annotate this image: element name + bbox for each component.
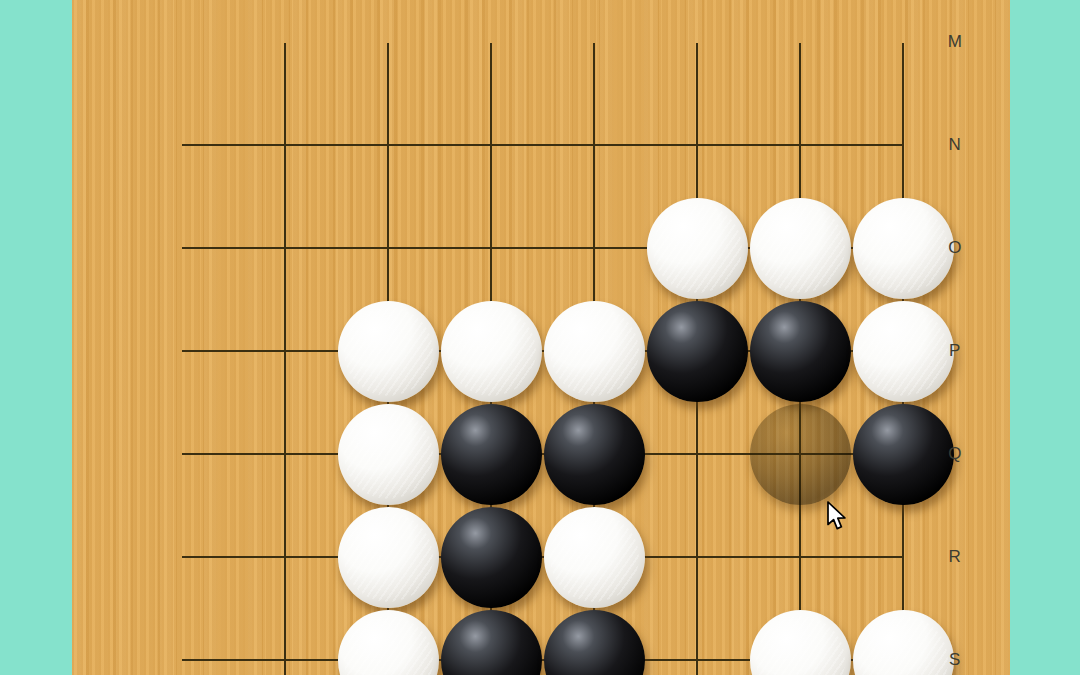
stone-white <box>647 198 748 299</box>
stone-black <box>441 507 542 608</box>
go-board[interactable]: MNOPQRS <box>72 0 1010 675</box>
intersection-R-3[interactable] <box>440 506 543 609</box>
ghost-stone-black-preview[interactable] <box>750 404 851 505</box>
board-grid <box>234 0 955 675</box>
stone-black <box>647 301 748 402</box>
intersection-R-2[interactable] <box>337 506 440 609</box>
intersection-P-3[interactable] <box>440 300 543 403</box>
stone-white <box>544 301 645 402</box>
stone-black <box>750 301 851 402</box>
row-label-S: S <box>949 650 961 670</box>
intersection-P-5[interactable] <box>646 300 749 403</box>
stone-white <box>441 301 542 402</box>
intersection-Q-3[interactable] <box>440 403 543 506</box>
intersection-O-5[interactable] <box>646 197 749 300</box>
stone-white <box>853 198 954 299</box>
intersection-P-7[interactable] <box>852 300 955 403</box>
right-margin <box>1010 0 1080 675</box>
stone-black <box>544 610 645 675</box>
intersection-P-6[interactable] <box>749 300 852 403</box>
intersection-S-6[interactable] <box>749 609 852 675</box>
stone-black <box>441 610 542 675</box>
stone-white <box>853 610 954 675</box>
intersection-Q-4[interactable] <box>543 403 646 506</box>
intersection-P-2[interactable] <box>337 300 440 403</box>
row-label-N: N <box>949 135 962 155</box>
stone-white <box>338 610 439 675</box>
row-label-P: P <box>949 341 961 361</box>
intersection-Q-2[interactable] <box>337 403 440 506</box>
stone-white <box>338 301 439 402</box>
stone-white <box>544 507 645 608</box>
intersection-O-7[interactable] <box>852 197 955 300</box>
stone-white <box>750 198 851 299</box>
intersection-S-7[interactable] <box>852 609 955 675</box>
stone-black <box>853 404 954 505</box>
stone-white <box>853 301 954 402</box>
stone-white <box>338 404 439 505</box>
app-window: MNOPQRS <box>0 0 1080 675</box>
left-margin <box>0 0 72 675</box>
row-label-O: O <box>948 238 962 258</box>
stone-white <box>750 610 851 675</box>
stone-black <box>544 404 645 505</box>
row-label-M: M <box>948 32 963 52</box>
intersection-O-6[interactable] <box>749 197 852 300</box>
stone-black <box>441 404 542 505</box>
stone-white <box>338 507 439 608</box>
intersection-P-4[interactable] <box>543 300 646 403</box>
intersection-S-2[interactable] <box>337 609 440 675</box>
mouse-cursor-icon <box>826 501 850 533</box>
row-label-Q: Q <box>948 444 962 464</box>
row-label-R: R <box>949 547 962 567</box>
intersection-R-4[interactable] <box>543 506 646 609</box>
intersection-S-4[interactable] <box>543 609 646 675</box>
intersection-S-3[interactable] <box>440 609 543 675</box>
intersection-Q-6[interactable] <box>749 403 852 506</box>
intersection-Q-7[interactable] <box>852 403 955 506</box>
